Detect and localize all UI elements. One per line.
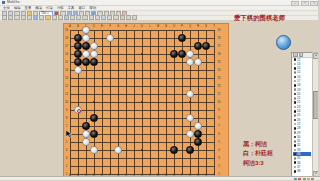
white-stone [186,50,194,58]
white-move-node-icon [294,88,297,91]
black-move-node-icon [294,144,297,147]
window-title: MultiGo [7,0,19,4]
coordinate-label: F [108,25,112,28]
star-point [189,101,191,103]
score-label: 柯洁3:3 [243,159,273,169]
workspace: 爱下棋的围棋老师 AABBCCDDEEFFGGHHJJKKLLMMNNOOPPQ… [0,20,320,177]
black-stone [74,58,82,66]
status-tray-icons [294,178,314,181]
coordinate-label: G [116,25,120,28]
coordinate-label: 19 [217,29,221,32]
coordinate-label: 4 [65,149,69,152]
status-icon[interactable] [303,178,306,181]
white-stone [90,146,98,154]
black-stone [74,42,82,50]
coordinate-label: O [172,25,176,28]
watermark-text: 爱下棋的围棋老师 [234,14,314,23]
go-board[interactable]: AABBCCDDEEFFGGHHJJKKLLMMNNOOPPQQRRSSTT19… [63,23,229,178]
coordinate-label: 13 [65,77,69,80]
coordinate-label: M [156,25,160,28]
coordinate-label: 7 [217,125,221,128]
white-stone [186,114,194,122]
black-move-node-icon [294,101,297,104]
black-stone [74,50,82,58]
coordinate-label: 17 [217,45,221,48]
black-stone [82,58,90,66]
black-stone [90,114,98,122]
coordinate-label: L [148,25,152,28]
black-move-node-icon [294,84,297,87]
coordinate-label: 3 [217,157,221,160]
black-move-node-icon [294,119,297,122]
white-stone [186,58,194,66]
coordinate-label: 9 [217,109,221,112]
coordinate-label: E [100,25,104,28]
coordinate-label: 4 [217,149,221,152]
last-move-marker [77,109,81,113]
coordinate-label: 3 [65,157,69,160]
panel-tool-icon[interactable] [293,52,298,57]
coordinate-label: J [132,25,136,28]
coordinate-label: 18 [65,37,69,40]
move-tree-item[interactable]: 38 [293,169,311,173]
white-stone [106,34,114,42]
white-stone [82,130,90,138]
coordinate-label: 6 [217,133,221,136]
black-stone [194,42,202,50]
black-stone [82,42,90,50]
white-stone [82,26,90,34]
white-stone [90,50,98,58]
coordinate-label: 2 [65,165,69,168]
coordinate-label: 12 [65,85,69,88]
white-player-label: 白：朴廷桓 [243,149,273,159]
black-stone [170,50,178,58]
white-stone [82,138,90,146]
black-move-node-icon [294,170,297,173]
coordinate-label: 11 [217,93,221,96]
coordinate-label: 8 [217,117,221,120]
black-move-node-icon [294,153,297,156]
white-stone [186,90,194,98]
white-stone [82,34,90,42]
black-move-node-icon [294,67,297,70]
coordinate-label: A [68,25,72,28]
coordinate-label: 18 [217,37,221,40]
white-stone [114,146,122,154]
white-move-node-icon [294,157,297,160]
white-stone [74,106,82,114]
app-icon [2,1,5,4]
status-icon[interactable] [298,178,301,181]
coordinate-label: Q [188,25,192,28]
coordinate-label: 14 [65,69,69,72]
coordinate-label: N [164,25,168,28]
status-bar [0,176,320,180]
coordinate-label: D [92,25,96,28]
coordinate-label: 2 [217,165,221,168]
status-icon[interactable] [307,178,310,181]
floating-ball-button[interactable] [276,35,291,50]
coordinate-label: 16 [65,53,69,56]
white-move-node-icon [294,166,297,169]
coordinate-label: B [76,25,80,28]
black-stone [194,138,202,146]
white-stone [194,58,202,66]
star-point [141,101,143,103]
black-stone [186,146,194,154]
move-tree-list: 1213141516171819202122232425262728293031… [293,58,311,176]
coordinate-label: 6 [65,133,69,136]
black-move-node-icon [294,76,297,79]
white-move-node-icon [294,123,297,126]
coordinate-label: 15 [217,61,221,64]
black-move-node-icon [294,58,297,61]
status-icon[interactable] [294,178,297,181]
coordinate-label: 13 [217,77,221,80]
coordinate-label: 5 [217,141,221,144]
coordinate-label: 19 [65,29,69,32]
star-point [141,53,143,55]
black-player-label: 黑：柯洁 [243,140,273,150]
coordinate-label: 15 [65,61,69,64]
status-icon[interactable] [311,178,314,181]
white-move-node-icon [294,80,297,83]
coordinate-label: 14 [217,69,221,72]
coordinate-label: S [204,25,208,28]
coordinate-label: 5 [65,141,69,144]
black-stone [82,122,90,130]
black-move-node-icon [294,136,297,139]
coordinate-label: R [196,25,200,28]
black-stone [178,34,186,42]
white-stone [186,130,194,138]
white-stone [90,42,98,50]
star-point [141,149,143,151]
white-move-node-icon [294,140,297,143]
black-stone [202,42,210,50]
coordinate-label: 12 [217,85,221,88]
white-move-node-icon [294,97,297,100]
coordinate-label: P [180,25,184,28]
white-move-node-icon [294,114,297,117]
game-tree-panel: 1213141516171819202122232425262728293031… [291,52,313,178]
black-stone [170,146,178,154]
coordinate-label: 16 [217,53,221,56]
black-stone [74,34,82,42]
black-move-node-icon [294,93,297,96]
coordinate-label: T [212,25,216,28]
white-stone [82,50,90,58]
coordinate-label: 7 [65,125,69,128]
coordinate-label: 17 [65,45,69,48]
white-move-node-icon [294,149,297,152]
white-stone [74,66,82,74]
coordinate-label: K [140,25,144,28]
white-move-node-icon [294,106,297,109]
game-annotation: 黑：柯洁 白：朴廷桓 柯洁3:3 [243,140,273,169]
white-move-node-icon [294,131,297,134]
white-move-node-icon [294,71,297,74]
black-move-node-icon [294,127,297,130]
coordinate-label: 8 [65,117,69,120]
black-stone [194,130,202,138]
coordinate-label: 11 [65,93,69,96]
coordinate-label: 9 [65,109,69,112]
black-move-node-icon [294,110,297,113]
panel-tool-icon[interactable] [299,52,304,57]
black-stone [90,130,98,138]
coordinate-label: 10 [65,101,69,104]
black-move-node-icon [294,161,297,164]
coordinate-label: H [124,25,128,28]
white-stone [194,122,202,130]
coordinate-label: 10 [217,101,221,104]
star-point [93,101,95,103]
black-stone [178,50,186,58]
black-stone [90,58,98,66]
white-move-node-icon [294,63,297,66]
